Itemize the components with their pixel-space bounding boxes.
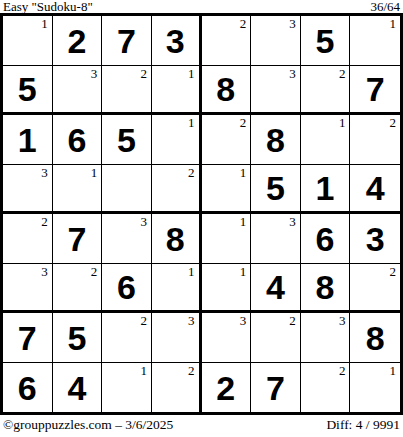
cell-r6c3[interactable]: 6 <box>102 264 152 314</box>
cell-value <box>251 16 300 65</box>
cell-value <box>3 16 52 65</box>
cell-value <box>3 165 52 212</box>
cell-r6c8[interactable]: 2 <box>350 264 400 314</box>
cell-value: 2 <box>202 363 251 413</box>
cell-r4c8[interactable]: 4 <box>350 165 400 215</box>
cell-value <box>102 165 151 212</box>
cell-value <box>53 66 102 113</box>
cell-value <box>152 264 199 311</box>
cell-r5c8[interactable]: 3 <box>350 214 400 264</box>
cell-r2c8[interactable]: 7 <box>350 66 400 116</box>
cell-r1c1[interactable]: 1 <box>3 16 53 66</box>
cell-r7c3[interactable]: 2 <box>102 313 152 363</box>
cell-value: 3 <box>152 16 199 65</box>
cell-r4c6[interactable]: 5 <box>251 165 301 215</box>
cell-value: 1 <box>3 115 52 164</box>
cell-r1c4[interactable]: 3 <box>152 16 202 66</box>
cell-value <box>3 214 52 263</box>
cell-r2c7[interactable]: 2 <box>301 66 351 116</box>
cell-value <box>301 66 350 113</box>
cell-r4c1[interactable]: 3 <box>3 165 53 215</box>
cell-value: 3 <box>350 214 400 263</box>
cell-value: 7 <box>350 66 400 113</box>
cell-value <box>102 66 151 113</box>
cell-value: 2 <box>53 16 102 65</box>
cell-r5c6[interactable]: 3 <box>251 214 301 264</box>
cell-value: 6 <box>301 214 350 263</box>
cell-value <box>202 16 251 65</box>
cell-value: 4 <box>251 264 300 311</box>
cell-value <box>202 165 251 212</box>
cell-value <box>202 313 251 362</box>
copyright-date: ©grouppuzzles.com – 3/6/2025 <box>3 417 173 433</box>
cell-value <box>251 66 300 113</box>
cell-r1c3[interactable]: 7 <box>102 16 152 66</box>
cell-value <box>251 313 300 362</box>
cell-value <box>53 264 102 311</box>
cell-r3c4[interactable]: 1 <box>152 115 202 165</box>
cell-value: 8 <box>350 313 400 362</box>
cell-r4c5[interactable]: 1 <box>202 165 252 215</box>
cell-r4c4[interactable]: 2 <box>152 165 202 215</box>
cell-r5c5[interactable]: 1 <box>202 214 252 264</box>
cell-r8c8[interactable]: 1 <box>350 363 400 413</box>
cell-value <box>102 313 151 362</box>
cell-value <box>152 115 199 164</box>
cell-value <box>102 214 151 263</box>
cell-value: 5 <box>3 66 52 113</box>
cell-value: 7 <box>102 16 151 65</box>
cell-value <box>350 16 400 65</box>
cell-r8c2[interactable]: 4 <box>53 363 103 413</box>
puzzle-title: Easy "Sudoku-8" <box>3 0 93 13</box>
cell-value: 5 <box>53 313 102 362</box>
cell-r8c4[interactable]: 2 <box>152 363 202 413</box>
cell-r6c2[interactable]: 2 <box>53 264 103 314</box>
cell-r4c3[interactable] <box>102 165 152 215</box>
cell-value <box>152 313 199 362</box>
cell-r8c1[interactable]: 6 <box>3 363 53 413</box>
cell-r8c5[interactable]: 2 <box>202 363 252 413</box>
cell-value: 5 <box>301 16 350 65</box>
cell-r8c6[interactable]: 7 <box>251 363 301 413</box>
cell-value <box>301 363 350 413</box>
cell-r4c2[interactable]: 1 <box>53 165 103 215</box>
cell-value: 7 <box>251 363 300 413</box>
cell-r6c5[interactable]: 1 <box>202 264 252 314</box>
cell-r5c7[interactable]: 6 <box>301 214 351 264</box>
cell-value <box>350 264 400 311</box>
cell-value: 5 <box>102 115 151 164</box>
cell-value: 8 <box>301 264 350 311</box>
cell-r5c2[interactable]: 7 <box>53 214 103 264</box>
cell-r3c1[interactable]: 1 <box>3 115 53 165</box>
cell-value <box>202 115 251 164</box>
cell-value: 7 <box>3 313 52 362</box>
cell-value <box>301 115 350 164</box>
clue-counter: 36/64 <box>370 0 400 13</box>
cell-r7c2[interactable]: 5 <box>53 313 103 363</box>
cell-value: 8 <box>251 115 300 164</box>
cell-r1c6[interactable]: 3 <box>251 16 301 66</box>
cell-r7c6[interactable]: 2 <box>251 313 301 363</box>
cell-r2c6[interactable]: 3 <box>251 66 301 116</box>
cell-value: 1 <box>301 165 350 212</box>
page-header: Easy "Sudoku-8" 36/64 <box>3 0 400 13</box>
cell-r7c4[interactable]: 3 <box>152 313 202 363</box>
cell-value: 4 <box>53 363 102 413</box>
cell-r8c7[interactable]: 2 <box>301 363 351 413</box>
cell-r3c3[interactable]: 5 <box>102 115 152 165</box>
cell-r7c1[interactable]: 7 <box>3 313 53 363</box>
cell-value: 8 <box>152 214 199 263</box>
cell-r3c5[interactable]: 2 <box>202 115 252 165</box>
cell-r3c2[interactable]: 6 <box>53 115 103 165</box>
cell-value: 5 <box>251 165 300 212</box>
cell-value <box>53 165 102 212</box>
cell-r1c8[interactable]: 1 <box>350 16 400 66</box>
cell-value: 6 <box>102 264 151 311</box>
cell-r2c1[interactable]: 5 <box>3 66 53 116</box>
cell-r5c4[interactable]: 8 <box>152 214 202 264</box>
cell-r2c4[interactable]: 1 <box>152 66 202 116</box>
cell-value <box>102 363 151 413</box>
cell-r1c7[interactable]: 5 <box>301 16 351 66</box>
cell-r2c5[interactable]: 8 <box>202 66 252 116</box>
cell-r6c6[interactable]: 4 <box>251 264 301 314</box>
cell-r4c7[interactable]: 1 <box>301 165 351 215</box>
cell-r2c3[interactable]: 2 <box>102 66 152 116</box>
cell-value <box>152 363 199 413</box>
cell-value: 8 <box>202 66 251 113</box>
page-footer: ©grouppuzzles.com – 3/6/2025 Diff: 4 / 9… <box>3 417 400 433</box>
cell-r7c8[interactable]: 8 <box>350 313 400 363</box>
cell-r6c7[interactable]: 8 <box>301 264 351 314</box>
cell-r3c8[interactable]: 2 <box>350 115 400 165</box>
cell-r3c7[interactable]: 1 <box>301 115 351 165</box>
cell-r6c4[interactable]: 1 <box>152 264 202 314</box>
cell-r7c7[interactable]: 3 <box>301 313 351 363</box>
cell-r3c6[interactable]: 8 <box>251 115 301 165</box>
cell-value <box>350 115 400 164</box>
cell-r2c2[interactable]: 3 <box>53 66 103 116</box>
cell-r1c2[interactable]: 2 <box>53 16 103 66</box>
cell-r8c3[interactable]: 1 <box>102 363 152 413</box>
cell-value: 7 <box>53 214 102 263</box>
cell-r6c1[interactable]: 3 <box>3 264 53 314</box>
cell-value: 4 <box>350 165 400 212</box>
cell-value <box>152 66 199 113</box>
cell-r7c5[interactable]: 3 <box>202 313 252 363</box>
cell-value <box>202 264 251 311</box>
cell-value: 6 <box>53 115 102 164</box>
cell-r5c3[interactable]: 3 <box>102 214 152 264</box>
cell-r1c5[interactable]: 2 <box>202 16 252 66</box>
cell-value <box>202 214 251 263</box>
cell-r5c1[interactable]: 2 <box>3 214 53 264</box>
cell-value <box>3 264 52 311</box>
sudoku-board: 1273235153218327165128123121514273813633… <box>0 13 403 415</box>
cell-value <box>301 313 350 362</box>
cell-value: 6 <box>3 363 52 413</box>
cell-value <box>152 165 199 212</box>
cell-value <box>350 363 400 413</box>
cell-value <box>251 214 300 263</box>
difficulty-label: Diff: 4 / 9991 <box>326 417 400 433</box>
